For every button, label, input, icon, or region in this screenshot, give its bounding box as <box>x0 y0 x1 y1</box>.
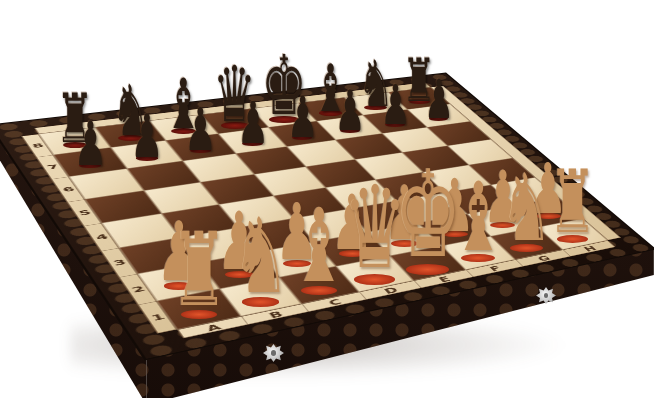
piece-black-pawn[interactable]: ♟ <box>378 78 412 133</box>
piece-black-pawn[interactable]: ♟ <box>422 73 455 127</box>
piece-black-pawn[interactable]: ♟ <box>128 106 165 166</box>
piece-black-pawn[interactable]: ♟ <box>332 83 367 139</box>
piece-white-knight[interactable]: ♞ <box>228 204 292 308</box>
piece-black-pawn[interactable]: ♟ <box>71 113 109 174</box>
piece-white-bishop[interactable]: ♝ <box>287 195 350 297</box>
piece-white-rook[interactable]: ♜ <box>167 219 230 321</box>
product-photo-stage: 87654321 ABCDEFGH ♜♞♝♛♚♝♞♜♟♟♟♟♟♟♟♟♟♟♟♟♟♟… <box>0 0 654 398</box>
piece-black-pawn[interactable]: ♟ <box>235 94 271 152</box>
piece-black-pawn[interactable]: ♟ <box>183 100 220 159</box>
piece-black-pawn[interactable]: ♟ <box>284 89 319 146</box>
